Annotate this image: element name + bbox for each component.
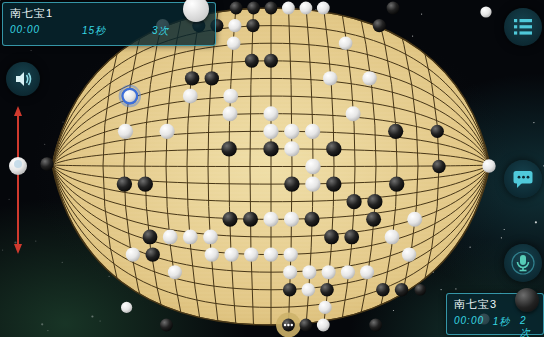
stone-black [143,230,158,245]
stone-black [265,2,278,15]
stone-white [163,230,178,245]
byoyomi-seconds: 1秒 [493,315,520,337]
stone-white [341,265,355,279]
stone-white [244,247,258,261]
stone-white [339,36,353,50]
stone-white [168,265,182,279]
speaker-icon [12,68,34,90]
stone-black [230,2,243,15]
stone-white [323,71,337,85]
black-stone-avatar [515,288,539,312]
stone-white [360,265,374,279]
stone-black [320,283,334,297]
stone-black [414,284,426,296]
stone-white [317,319,330,332]
stone-black [283,283,297,297]
stone-black [344,230,359,245]
stone-black [246,19,259,32]
stone-black [264,54,278,68]
stone-white [183,89,198,104]
stone-white [319,301,332,314]
stone-black [284,176,299,191]
sound-button[interactable] [6,62,40,96]
stone-white [264,212,279,227]
stone-white [284,212,299,227]
stone-black [117,176,132,191]
stone-black [223,212,238,227]
stone-white [482,159,495,172]
stone-black [40,157,53,170]
stone-white [284,247,298,261]
byoyomi-seconds: 15秒 [82,24,152,38]
chat-button[interactable] [504,160,542,198]
stone-black [263,141,278,156]
player-panel-white: 南七宝1 00:00 15秒 3次 [2,2,216,46]
stone-black [432,160,445,173]
stone-black [245,54,259,68]
stone-white [284,124,299,139]
slider-arrow-down[interactable] [14,244,22,254]
stone-black [185,71,199,85]
stone-white [203,230,218,245]
chat-icon [512,169,534,189]
stone-white [480,6,491,17]
stone-black [373,19,386,32]
slider-arrow-up[interactable] [14,106,22,116]
stone-black [347,194,362,209]
stone-white [227,36,241,50]
clock-time: 00:00 [10,24,82,38]
stone-white [407,212,422,227]
stone-white [223,106,238,121]
stone-black [367,194,382,209]
stone-black [221,141,236,156]
stone-white [282,2,295,15]
stone-white [224,247,238,261]
stone-white [264,247,278,261]
stone-white [322,265,336,279]
stone-white [305,176,320,191]
stone-black [243,212,258,227]
stone-black [160,319,173,332]
player-panel-black: 南七宝3 00:00 1秒 2次 [446,293,544,335]
stone-black [300,319,313,332]
menu-list-icon [513,18,533,36]
stone-black [326,176,341,191]
stone-white [205,247,219,261]
microphone-icon [511,251,535,275]
stone-white [284,141,299,156]
stone-white [126,247,140,261]
menu-button[interactable] [504,8,542,46]
stone-black [376,283,390,297]
stone-black [138,176,153,191]
stone-white [305,124,320,139]
stone-white [122,89,137,104]
stone-white [385,230,400,245]
stone-white [362,71,376,85]
stone-white [263,124,278,139]
stone-white [264,106,279,121]
stone-black [431,125,444,138]
stone-white [317,2,330,15]
stone-black [369,319,382,332]
byoyomi-periods: 3次 [152,24,170,38]
stone-white [305,159,320,174]
stone-black [305,212,320,227]
stone-white [283,265,297,279]
stone-white [302,283,316,297]
stone-black [389,176,404,191]
clock-time: 00:00 [454,315,493,337]
stone-black [247,2,260,15]
stone-white [302,265,316,279]
stone-black [388,124,403,139]
stone-white [300,2,313,15]
stone-black [324,230,339,245]
stone-white [223,89,238,104]
byoyomi-periods: 2次 [520,315,537,337]
go-board[interactable] [0,0,544,337]
stone-white [121,302,132,313]
stone-black [395,283,409,297]
stone-black [366,212,381,227]
stone-white [228,19,241,32]
stone-white [402,247,416,261]
mic-button[interactable] [504,244,542,282]
stone-black [146,247,160,261]
stone-white [183,230,198,245]
go-game-screen: { "game": "go", "board_size": 19, "view"… [0,0,544,337]
stone-white [346,106,361,121]
zoom-slider[interactable] [9,106,27,254]
stone-white [118,124,133,139]
stone-black [326,141,341,156]
stone-black [387,2,400,15]
stone-white [160,124,175,139]
stone-black [205,71,219,85]
